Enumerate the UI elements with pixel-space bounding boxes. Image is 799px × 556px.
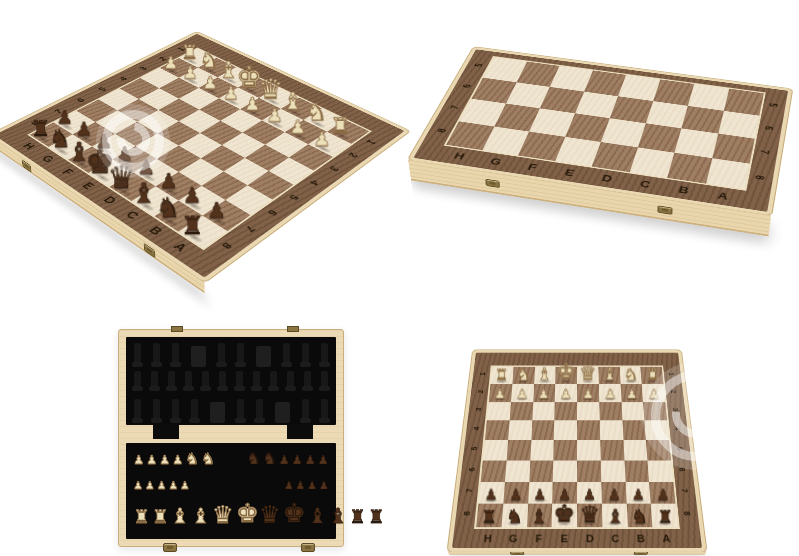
square (553, 440, 577, 460)
rank-label: 3 (671, 403, 681, 416)
chess-piece-n: ♞ (516, 367, 531, 383)
rank-label: 6 (260, 205, 286, 222)
front-board-perspective-wrap: HGFEDCBA1122334455667788♜♞♝♚♛♝♞♜♟♟♟♟♟♟♟♟… (452, 298, 702, 548)
tray-group-black: ♛♚♝♝♜♜ (259, 501, 385, 527)
piece-slot (287, 371, 294, 391)
chess-piece-p: ♟ (137, 158, 155, 178)
case-base-felt: ♟♟♟♟♞♞♞♞♟♟♟♟♟♟♟♟♟♟♟♟♟♜♜♝♝♛♚♛♚♝♝♜♜ (126, 443, 336, 539)
tray-piece-row: ♟♟♟♟♞♞♞♞♟♟♟♟ (133, 451, 328, 467)
piece-slot (237, 343, 244, 367)
rank-label: 8 (752, 170, 767, 185)
piece-cell: ♟ (625, 482, 651, 504)
brass-hinge (287, 326, 299, 332)
square (577, 440, 601, 460)
tray-piece-p: ♟ (133, 481, 143, 492)
rank-label: 1 (667, 368, 677, 380)
rank-label: 3 (323, 161, 347, 176)
chess-piece-r: ♜ (495, 368, 508, 383)
storage-case: ♟♟♟♟♞♞♞♞♟♟♟♟♟♟♟♟♟♟♟♟♟♜♜♝♝♛♚♛♚♝♝♜♜ (118, 329, 344, 547)
rank-label: 8 (214, 237, 241, 256)
chess-piece-k: ♚ (557, 362, 576, 383)
piece-cell: ♟ (577, 384, 599, 402)
rank-label: 1 (478, 368, 488, 380)
piece-slot (151, 371, 158, 391)
square (622, 421, 646, 440)
square (530, 440, 554, 460)
file-label: A (653, 532, 680, 543)
piece-slot-rect (210, 402, 225, 423)
square (599, 402, 622, 421)
chess-piece-p: ♟ (632, 488, 645, 502)
piece-cell: ♟ (620, 384, 643, 402)
brass-hinge (171, 326, 183, 332)
file-label: D (577, 532, 603, 543)
open-board-perspective-wrap: HGFEDCBA1122334455667788♜♞♝♚♛♝♞♜♟♟♟♟♟♟♟♟… (55, 0, 345, 278)
piece-cell: ♜ (491, 367, 514, 384)
chess-piece-p: ♟ (582, 388, 594, 401)
file-label: G (500, 532, 526, 543)
rank-label: 7 (237, 220, 263, 238)
square (623, 440, 648, 460)
chess-piece-p: ♟ (182, 186, 201, 207)
piece-cell: ♟ (478, 482, 504, 504)
rank-label: 5 (675, 441, 686, 455)
tray-piece-b: ♝ (329, 506, 348, 527)
rank-label: 7 (757, 145, 772, 160)
tray-piece-p: ♟ (296, 481, 306, 492)
rank-label: 8 (461, 506, 472, 522)
square (577, 402, 600, 421)
rank-label: 7 (679, 483, 690, 499)
board-frame: HGFEDCBA1122334455667788♜♞♝♚♛♝♞♜♟♟♟♟♟♟♟♟… (452, 353, 702, 548)
piece-cell: ♟ (555, 384, 577, 402)
chessboard-closed: HGFEDCBA55667788 (413, 49, 788, 211)
piece-slot (321, 343, 328, 367)
case-lid-felt (126, 337, 336, 425)
rank-label: 6 (458, 80, 475, 93)
square (529, 460, 554, 481)
chess-piece-p: ♟ (202, 75, 218, 93)
piece-slot (185, 371, 192, 391)
lid-slot-row (134, 399, 327, 423)
chessboard-angled: HGFEDCBA1122334455667788♜♞♝♚♛♝♞♜♟♟♟♟♟♟♟♟… (0, 34, 404, 278)
file-label: H (439, 148, 480, 163)
tray-piece-row: ♜♜♝♝♛♚♛♚♝♝♜♜ (133, 501, 328, 527)
square (553, 460, 577, 481)
piece-slot (172, 399, 179, 423)
chess-piece-n: ♞ (306, 101, 327, 125)
piece-cell: ♟ (533, 384, 556, 402)
square (532, 402, 555, 421)
rank-label: 2 (342, 148, 365, 162)
piece-cell: ♟ (601, 482, 626, 504)
rank-label: 8 (681, 506, 692, 522)
chess-piece-n: ♞ (631, 507, 648, 526)
tray-piece-n: ♞ (185, 451, 199, 467)
rank-label: 2 (476, 385, 486, 397)
board-side-edge (448, 552, 707, 555)
brass-clasp (21, 159, 31, 173)
chess-piece-q: ♛ (259, 75, 283, 102)
chess-piece-p: ♟ (604, 388, 616, 401)
rank-label: 6 (677, 462, 688, 477)
tray-piece-p: ♟ (292, 454, 303, 466)
chess-piece-n: ♞ (506, 507, 523, 526)
piece-slot (304, 371, 311, 391)
brass-clasp (633, 552, 648, 555)
square (646, 440, 671, 460)
rank-label: 7 (464, 483, 475, 499)
piece-cell: ♛ (577, 504, 602, 527)
tray-piece-p: ♟ (318, 454, 329, 466)
chess-piece-k: ♚ (554, 502, 576, 526)
square (648, 460, 674, 481)
tray-piece-b: ♝ (170, 506, 189, 527)
piece-slot (237, 399, 244, 423)
piece-cell: ♟ (489, 384, 512, 402)
chess-piece-p: ♟ (207, 201, 226, 222)
chess-piece-p: ♟ (266, 107, 283, 125)
photo-open-board-angled: HGFEDCBA1122334455667788♜♞♝♚♛♝♞♜♟♟♟♟♟♟♟♟… (0, 0, 400, 275)
piece-slot (134, 343, 141, 367)
square (485, 421, 509, 440)
piece-cell: ♛ (577, 367, 599, 384)
piece-cell: ♞ (619, 367, 641, 384)
piece-slot (321, 399, 328, 423)
file-label: B (663, 182, 705, 198)
product-photo-collage: { "game": "chess", "product": "Folding w… (0, 0, 799, 556)
piece-slot (153, 343, 160, 367)
square (531, 421, 555, 440)
chess-piece-b: ♝ (132, 180, 157, 208)
piece-cell: ♞ (512, 367, 534, 384)
chess-piece-p: ♟ (494, 388, 506, 401)
chess-piece-n: ♞ (624, 367, 639, 383)
square (621, 402, 644, 421)
chess-piece-p: ♟ (607, 488, 620, 502)
rank-label: 8 (432, 124, 450, 138)
tray-piece-q: ♛ (212, 503, 234, 527)
tray-piece-p: ♟ (180, 481, 190, 492)
chess-piece-r: ♜ (31, 118, 51, 140)
tray-piece-n: ♞ (247, 451, 261, 467)
chess-piece-r: ♜ (181, 43, 198, 62)
tray-piece-p: ♟ (133, 454, 144, 466)
tray-piece-p: ♟ (168, 481, 178, 492)
board-grid (446, 57, 764, 189)
rank-label: 6 (762, 121, 776, 135)
file-label: F (512, 159, 553, 175)
tray-piece-p: ♟ (159, 454, 170, 466)
chess-piece-p: ♟ (244, 96, 260, 114)
square (481, 460, 507, 481)
piece-slot (218, 343, 225, 367)
file-label: F (526, 532, 552, 543)
rank-label: 3 (473, 403, 483, 416)
tray-piece-p: ♟ (145, 481, 155, 492)
photo-open-case: ♟♟♟♟♞♞♞♞♟♟♟♟♟♟♟♟♟♟♟♟♟♜♜♝♝♛♚♛♚♝♝♜♜ (0, 280, 400, 556)
piece-cell: ♟ (642, 384, 665, 402)
tray-piece-p: ♟ (146, 454, 157, 466)
piece-cell: ♟ (511, 384, 534, 402)
square (643, 402, 667, 421)
chess-piece-p: ♟ (648, 388, 660, 401)
tray-group-white: ♟♟♟♟♞♞ (133, 451, 215, 467)
chess-piece-p: ♟ (538, 388, 550, 401)
square (554, 421, 577, 440)
chess-piece-p: ♟ (182, 65, 197, 82)
chess-piece-b: ♝ (282, 90, 303, 114)
square (577, 421, 600, 440)
square (624, 460, 649, 481)
square (506, 440, 531, 460)
square (706, 158, 750, 190)
piece-slot (270, 371, 277, 391)
chess-piece-b: ♝ (530, 506, 547, 526)
piece-slot (168, 371, 175, 391)
square (487, 402, 511, 421)
chess-piece-p: ♟ (159, 172, 177, 192)
chess-piece-p: ♟ (484, 488, 497, 502)
piece-slot (302, 399, 309, 423)
square (577, 460, 601, 481)
piece-cell: ♚ (555, 367, 577, 384)
felt-hinge-strap (153, 425, 179, 439)
rank-label: 1 (360, 135, 382, 149)
file-label: D (587, 170, 628, 186)
chess-piece-q: ♛ (579, 503, 599, 526)
rank-label: 2 (669, 385, 679, 397)
piece-cell: ♚ (552, 504, 577, 527)
piece-cell: ♝ (598, 367, 620, 384)
tray-group-black: ♞♞♟♟♟♟ (247, 451, 329, 467)
piece-slot (134, 371, 141, 391)
chess-piece-n: ♞ (199, 50, 218, 72)
chess-piece-q: ♛ (579, 364, 596, 383)
piece-cell: ♟ (599, 384, 622, 402)
tray-piece-n: ♞ (263, 451, 277, 467)
file-label: B (628, 532, 654, 543)
tray-piece-row: ♟♟♟♟♟♟♟♟♟ (133, 481, 328, 492)
brass-clasp (144, 243, 156, 259)
square (505, 460, 530, 481)
file-label: A (702, 187, 744, 204)
chess-piece-p: ♟ (534, 488, 547, 502)
piece-slot (172, 343, 179, 367)
piece-slot (253, 371, 260, 391)
tray-group-white: ♜♜♝♝♛♚ (133, 501, 259, 527)
chess-piece-b: ♝ (602, 366, 617, 383)
file-label: C (625, 176, 667, 192)
chess-piece-n: ♞ (156, 196, 180, 223)
photo-closed-board: HGFEDCBA55667788 (400, 0, 799, 275)
tray-piece-b: ♝ (191, 506, 210, 527)
rank-label: 4 (471, 422, 481, 436)
file-label: E (549, 165, 590, 181)
piece-slot (236, 371, 243, 391)
brass-clasp (485, 178, 500, 187)
rank-label: 5 (470, 59, 487, 71)
piece-cell: ♜ (641, 367, 664, 384)
rank-label: 4 (303, 175, 327, 191)
tray-piece-r: ♜ (133, 508, 150, 526)
file-label: C (602, 532, 628, 543)
square (508, 421, 532, 440)
tray-piece-k: ♚ (236, 501, 259, 527)
piece-slot (191, 399, 198, 423)
chess-piece-p: ♟ (223, 85, 239, 103)
chess-piece-p: ♟ (626, 388, 638, 401)
chess-piece-p: ♟ (657, 488, 670, 502)
chess-piece-r: ♜ (646, 368, 659, 383)
chess-piece-p: ♟ (509, 488, 522, 502)
piece-cell: ♟ (503, 482, 529, 504)
rank-label: 4 (673, 422, 683, 436)
square (509, 402, 532, 421)
rank-label: 5 (282, 189, 307, 205)
chess-piece-r: ♜ (181, 213, 204, 239)
chess-piece-b: ♝ (537, 366, 552, 383)
piece-slot (256, 399, 263, 423)
piece-slot-rect (256, 346, 271, 367)
rank-label: 5 (766, 99, 780, 112)
piece-slot-rect (191, 346, 206, 367)
file-label: H (474, 532, 501, 543)
tray-piece-p: ♟ (157, 481, 167, 492)
tray-piece-p: ♟ (284, 481, 294, 492)
piece-cell: ♝ (602, 504, 628, 527)
chess-piece-p: ♟ (560, 388, 572, 401)
square (667, 152, 712, 183)
chess-piece-p: ♟ (516, 388, 528, 401)
tray-piece-p: ♟ (172, 454, 183, 466)
chess-piece-p: ♟ (313, 131, 330, 150)
tray-group-black: ♟♟♟♟ (284, 481, 329, 492)
square (483, 440, 508, 460)
tray-piece-p: ♟ (305, 454, 316, 466)
board-frame: HGFEDCBA1122334455667788♜♞♝♚♛♝♞♜♟♟♟♟♟♟♟♟… (0, 34, 404, 278)
tray-piece-p: ♟ (307, 481, 317, 492)
piece-cell: ♟ (649, 482, 675, 504)
rank-label: 7 (446, 101, 464, 114)
chess-piece-r: ♜ (481, 508, 496, 525)
tray-piece-r: ♜ (349, 508, 366, 526)
piece-cell: ♝ (534, 367, 556, 384)
felt-hinge-strap (287, 425, 313, 439)
piece-slot (302, 343, 309, 367)
lid-slot-row (134, 371, 327, 391)
tray-piece-r: ♜ (368, 508, 385, 526)
tray-piece-k: ♚ (283, 501, 306, 527)
tray-piece-q: ♛ (259, 503, 281, 527)
piece-slot (153, 399, 160, 423)
square (601, 460, 626, 481)
photo-open-board-front: HGFEDCBA1122334455667788♜♞♝♚♛♝♞♜♟♟♟♟♟♟♟♟… (400, 280, 799, 556)
piece-slot (202, 371, 209, 391)
square (645, 421, 669, 440)
piece-slot (283, 343, 290, 367)
tray-group-white: ♟♟♟♟♟ (133, 481, 189, 492)
square (554, 402, 577, 421)
piece-slot (134, 399, 141, 423)
tray-piece-n: ♞ (201, 451, 215, 467)
piece-slot-rect (275, 402, 290, 423)
piece-cell: ♟ (528, 482, 553, 504)
chess-piece-b: ♝ (606, 506, 623, 526)
piece-slot (219, 371, 226, 391)
square (600, 421, 624, 440)
chess-piece-p: ♟ (163, 55, 178, 72)
chess-piece-r: ♜ (330, 115, 350, 137)
chess-piece-r: ♜ (657, 508, 672, 525)
square (600, 440, 624, 460)
rank-label: 4 (112, 73, 134, 84)
closed-board-perspective-wrap: HGFEDCBA55667788 (438, 28, 778, 218)
chessboard-front: HGFEDCBA1122334455667788♜♞♝♚♛♝♞♜♟♟♟♟♟♟♟♟… (452, 353, 702, 548)
rank-label: 6 (466, 462, 477, 477)
brass-clasp (510, 552, 525, 555)
lid-slot-row (134, 343, 327, 367)
file-label: E (551, 532, 577, 543)
brass-clasp (163, 543, 177, 552)
rank-label: 5 (469, 441, 480, 455)
brass-clasp (657, 205, 672, 214)
brass-clasp (301, 543, 315, 552)
tray-piece-r: ♜ (152, 508, 169, 526)
file-label: G (475, 154, 516, 169)
piece-slot (321, 371, 328, 391)
tray-piece-p: ♟ (319, 481, 329, 492)
chess-piece-p: ♟ (289, 119, 306, 138)
tray-piece-b: ♝ (308, 506, 327, 527)
tray-piece-p: ♟ (279, 454, 290, 466)
